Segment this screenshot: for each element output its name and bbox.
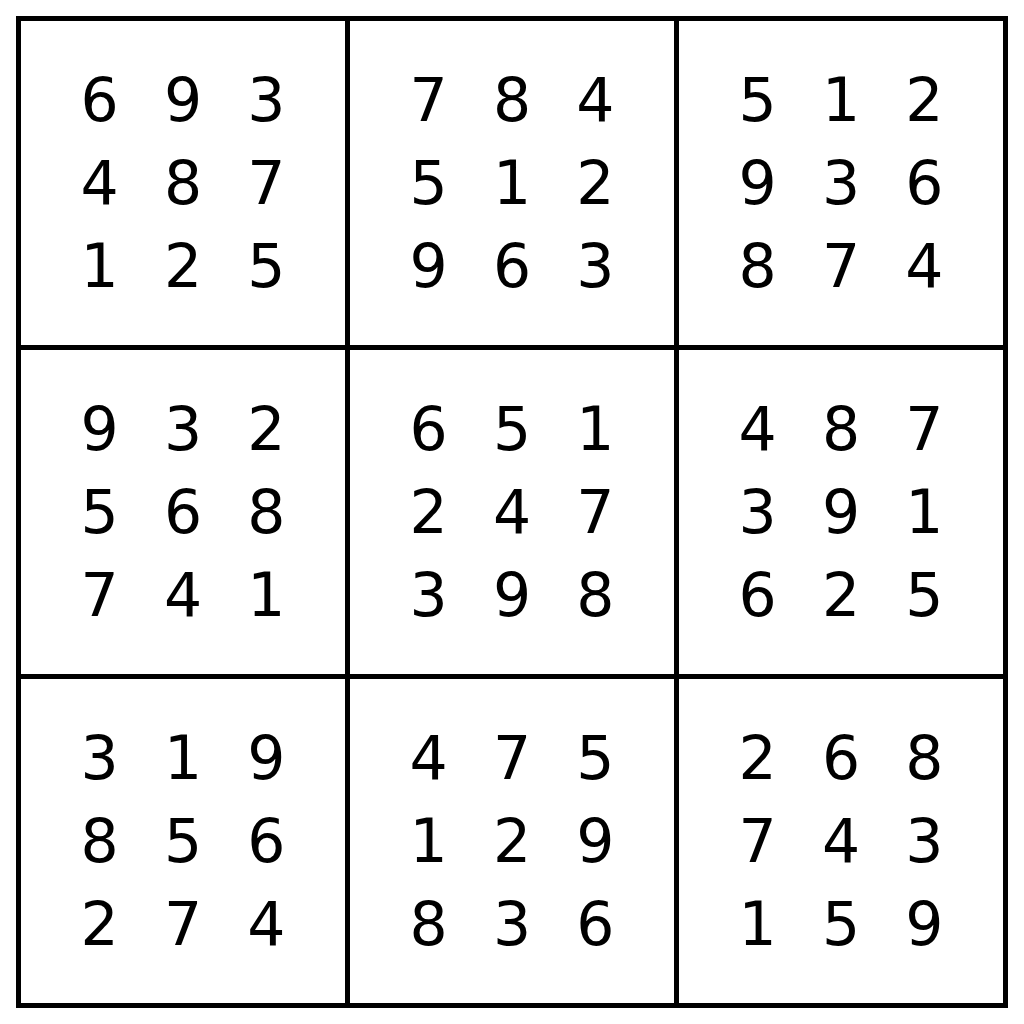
box-1: 693487125 xyxy=(21,21,345,345)
box-6: 487391625 xyxy=(679,350,1003,674)
cell-r9c8[interactable]: 5 xyxy=(799,883,882,966)
cell-r7c6[interactable]: 5 xyxy=(554,716,637,799)
cell-r4c4[interactable]: 6 xyxy=(387,387,470,470)
cell-r7c1[interactable]: 3 xyxy=(58,716,141,799)
cell-r1c5[interactable]: 8 xyxy=(470,58,553,141)
cell-r3c6[interactable]: 3 xyxy=(554,225,637,308)
cell-r2c5[interactable]: 1 xyxy=(470,141,553,224)
box-9: 268743159 xyxy=(679,679,1003,1003)
cell-r1c4[interactable]: 7 xyxy=(387,58,470,141)
cell-r3c3[interactable]: 5 xyxy=(225,225,308,308)
cell-r5c3[interactable]: 8 xyxy=(225,470,308,553)
box-4: 932568741 xyxy=(21,350,345,674)
box-3: 512936874 xyxy=(679,21,1003,345)
cell-r4c1[interactable]: 9 xyxy=(58,387,141,470)
cell-r3c7[interactable]: 8 xyxy=(716,225,799,308)
cell-r8c4[interactable]: 1 xyxy=(387,799,470,882)
cell-r7c2[interactable]: 1 xyxy=(141,716,224,799)
cell-r3c8[interactable]: 7 xyxy=(799,225,882,308)
cell-r9c2[interactable]: 7 xyxy=(141,883,224,966)
cell-r2c1[interactable]: 4 xyxy=(58,141,141,224)
cell-r5c6[interactable]: 7 xyxy=(554,470,637,553)
box-5: 651247398 xyxy=(350,350,674,674)
cell-r1c7[interactable]: 5 xyxy=(716,58,799,141)
cell-r6c3[interactable]: 1 xyxy=(225,554,308,637)
cell-r7c5[interactable]: 7 xyxy=(470,716,553,799)
cell-r4c2[interactable]: 3 xyxy=(141,387,224,470)
cell-r2c6[interactable]: 2 xyxy=(554,141,637,224)
cell-r1c3[interactable]: 3 xyxy=(225,58,308,141)
cell-r4c3[interactable]: 2 xyxy=(225,387,308,470)
cell-r9c3[interactable]: 4 xyxy=(225,883,308,966)
sudoku-board: 693487125 784512963 512936874 932568741 … xyxy=(16,16,1008,1008)
cell-r1c8[interactable]: 1 xyxy=(799,58,882,141)
cell-r8c8[interactable]: 4 xyxy=(799,799,882,882)
cell-r2c3[interactable]: 7 xyxy=(225,141,308,224)
cell-r9c4[interactable]: 8 xyxy=(387,883,470,966)
cell-r6c5[interactable]: 9 xyxy=(470,554,553,637)
cell-r8c3[interactable]: 6 xyxy=(225,799,308,882)
cell-r3c2[interactable]: 2 xyxy=(141,225,224,308)
cell-r4c9[interactable]: 7 xyxy=(883,387,966,470)
cell-r9c1[interactable]: 2 xyxy=(58,883,141,966)
sudoku-page: 693487125 784512963 512936874 932568741 … xyxy=(0,0,1024,1024)
cell-r4c7[interactable]: 4 xyxy=(716,387,799,470)
cell-r6c8[interactable]: 2 xyxy=(799,554,882,637)
cell-r9c5[interactable]: 3 xyxy=(470,883,553,966)
cell-r2c4[interactable]: 5 xyxy=(387,141,470,224)
cell-r5c7[interactable]: 3 xyxy=(716,470,799,553)
cell-r5c4[interactable]: 2 xyxy=(387,470,470,553)
cell-r4c5[interactable]: 5 xyxy=(470,387,553,470)
box-8: 475129836 xyxy=(350,679,674,1003)
cell-r8c7[interactable]: 7 xyxy=(716,799,799,882)
cell-r7c8[interactable]: 6 xyxy=(799,716,882,799)
cell-r2c9[interactable]: 6 xyxy=(883,141,966,224)
cell-r2c2[interactable]: 8 xyxy=(141,141,224,224)
cell-r1c2[interactable]: 9 xyxy=(141,58,224,141)
cell-r9c6[interactable]: 6 xyxy=(554,883,637,966)
cell-r7c9[interactable]: 8 xyxy=(883,716,966,799)
cell-r5c2[interactable]: 6 xyxy=(141,470,224,553)
cell-r8c1[interactable]: 8 xyxy=(58,799,141,882)
cell-r6c1[interactable]: 7 xyxy=(58,554,141,637)
cell-r2c7[interactable]: 9 xyxy=(716,141,799,224)
cell-r1c9[interactable]: 2 xyxy=(883,58,966,141)
cell-r8c9[interactable]: 3 xyxy=(883,799,966,882)
cell-r4c6[interactable]: 1 xyxy=(554,387,637,470)
cell-r6c6[interactable]: 8 xyxy=(554,554,637,637)
cell-r6c7[interactable]: 6 xyxy=(716,554,799,637)
cell-r4c8[interactable]: 8 xyxy=(799,387,882,470)
cell-r5c5[interactable]: 4 xyxy=(470,470,553,553)
box-7: 319856274 xyxy=(21,679,345,1003)
cell-r5c8[interactable]: 9 xyxy=(799,470,882,553)
cell-r3c1[interactable]: 1 xyxy=(58,225,141,308)
cell-r5c1[interactable]: 5 xyxy=(58,470,141,553)
cell-r3c4[interactable]: 9 xyxy=(387,225,470,308)
cell-r7c3[interactable]: 9 xyxy=(225,716,308,799)
cell-r8c5[interactable]: 2 xyxy=(470,799,553,882)
cell-r7c4[interactable]: 4 xyxy=(387,716,470,799)
cell-r9c7[interactable]: 1 xyxy=(716,883,799,966)
cell-r1c6[interactable]: 4 xyxy=(554,58,637,141)
cell-r1c1[interactable]: 6 xyxy=(58,58,141,141)
box-2: 784512963 xyxy=(350,21,674,345)
cell-r2c8[interactable]: 3 xyxy=(799,141,882,224)
cell-r9c9[interactable]: 9 xyxy=(883,883,966,966)
cell-r3c9[interactable]: 4 xyxy=(883,225,966,308)
cell-r7c7[interactable]: 2 xyxy=(716,716,799,799)
cell-r8c6[interactable]: 9 xyxy=(554,799,637,882)
cell-r8c2[interactable]: 5 xyxy=(141,799,224,882)
cell-r3c5[interactable]: 6 xyxy=(470,225,553,308)
cell-r6c4[interactable]: 3 xyxy=(387,554,470,637)
cell-r6c2[interactable]: 4 xyxy=(141,554,224,637)
cell-r6c9[interactable]: 5 xyxy=(883,554,966,637)
cell-r5c9[interactable]: 1 xyxy=(883,470,966,553)
